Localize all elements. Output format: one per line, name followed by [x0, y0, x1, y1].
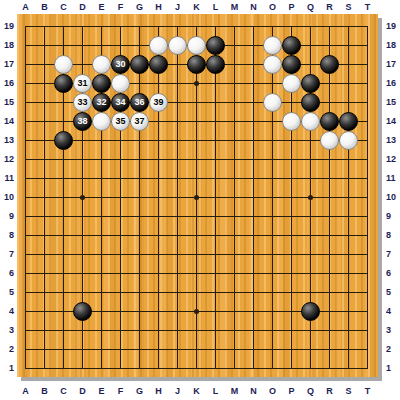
intersection-H8[interactable] [149, 226, 168, 245]
intersection-G4[interactable] [130, 302, 149, 321]
intersection-Q19[interactable] [301, 17, 320, 36]
intersection-Q13[interactable] [301, 131, 320, 150]
intersection-N19[interactable] [244, 17, 263, 36]
intersection-H5[interactable] [149, 283, 168, 302]
stone-black[interactable] [206, 36, 225, 55]
intersection-F2[interactable] [111, 340, 130, 359]
intersection-N5[interactable] [244, 283, 263, 302]
intersection-M12[interactable] [225, 150, 244, 169]
intersection-N15[interactable] [244, 93, 263, 112]
intersection-E4[interactable] [92, 302, 111, 321]
intersection-S5[interactable] [339, 283, 358, 302]
intersection-J14[interactable] [168, 112, 187, 131]
intersection-O3[interactable] [263, 321, 282, 340]
intersection-F8[interactable] [111, 226, 130, 245]
intersection-Q17[interactable] [301, 55, 320, 74]
intersection-J3[interactable] [168, 321, 187, 340]
intersection-T11[interactable] [358, 169, 377, 188]
intersection-L13[interactable] [206, 131, 225, 150]
intersection-D10[interactable] [73, 188, 92, 207]
intersection-T16[interactable] [358, 74, 377, 93]
intersection-L9[interactable] [206, 207, 225, 226]
intersection-E19[interactable] [92, 17, 111, 36]
intersection-T4[interactable] [358, 302, 377, 321]
stone-white[interactable]: 37 [130, 112, 149, 131]
intersection-S7[interactable] [339, 245, 358, 264]
intersection-B9[interactable] [35, 207, 54, 226]
intersection-H17[interactable] [149, 55, 168, 74]
intersection-T1[interactable] [358, 359, 377, 378]
intersection-J5[interactable] [168, 283, 187, 302]
intersection-A2[interactable] [16, 340, 35, 359]
intersection-E1[interactable] [92, 359, 111, 378]
intersection-R11[interactable] [320, 169, 339, 188]
intersection-A11[interactable] [16, 169, 35, 188]
intersection-P15[interactable] [282, 93, 301, 112]
intersection-A12[interactable] [16, 150, 35, 169]
intersection-G7[interactable] [130, 245, 149, 264]
intersection-M6[interactable] [225, 264, 244, 283]
intersection-M17[interactable] [225, 55, 244, 74]
intersection-B19[interactable] [35, 17, 54, 36]
intersection-A6[interactable] [16, 264, 35, 283]
stone-black[interactable]: 32 [92, 93, 111, 112]
stone-white[interactable] [54, 55, 73, 74]
intersection-S10[interactable] [339, 188, 358, 207]
intersection-F18[interactable] [111, 36, 130, 55]
intersection-N14[interactable] [244, 112, 263, 131]
intersection-Q1[interactable] [301, 359, 320, 378]
intersection-N2[interactable] [244, 340, 263, 359]
intersection-T19[interactable] [358, 17, 377, 36]
intersection-K13[interactable] [187, 131, 206, 150]
intersection-B13[interactable] [35, 131, 54, 150]
intersection-A13[interactable] [16, 131, 35, 150]
intersection-E16[interactable] [92, 74, 111, 93]
intersection-R12[interactable] [320, 150, 339, 169]
intersection-N12[interactable] [244, 150, 263, 169]
intersection-T6[interactable] [358, 264, 377, 283]
intersection-Q9[interactable] [301, 207, 320, 226]
intersection-M3[interactable] [225, 321, 244, 340]
intersection-J17[interactable] [168, 55, 187, 74]
intersection-L11[interactable] [206, 169, 225, 188]
intersection-D15[interactable]: 33 [73, 93, 92, 112]
stone-black[interactable] [282, 36, 301, 55]
stone-black[interactable] [282, 55, 301, 74]
stone-black[interactable] [187, 55, 206, 74]
intersection-A7[interactable] [16, 245, 35, 264]
stone-white[interactable] [263, 93, 282, 112]
intersection-D4[interactable] [73, 302, 92, 321]
intersection-O1[interactable] [263, 359, 282, 378]
stone-black[interactable] [54, 74, 73, 93]
intersection-B1[interactable] [35, 359, 54, 378]
intersection-K17[interactable] [187, 55, 206, 74]
intersection-O10[interactable] [263, 188, 282, 207]
intersection-S14[interactable] [339, 112, 358, 131]
intersection-Q3[interactable] [301, 321, 320, 340]
intersection-B7[interactable] [35, 245, 54, 264]
intersection-B4[interactable] [35, 302, 54, 321]
intersection-L16[interactable] [206, 74, 225, 93]
intersection-C7[interactable] [54, 245, 73, 264]
intersection-C14[interactable] [54, 112, 73, 131]
intersection-E7[interactable] [92, 245, 111, 264]
intersection-P19[interactable] [282, 17, 301, 36]
intersection-G12[interactable] [130, 150, 149, 169]
intersection-L18[interactable] [206, 36, 225, 55]
intersection-P6[interactable] [282, 264, 301, 283]
intersection-F11[interactable] [111, 169, 130, 188]
intersection-C8[interactable] [54, 226, 73, 245]
intersection-T5[interactable] [358, 283, 377, 302]
intersection-K3[interactable] [187, 321, 206, 340]
intersection-T18[interactable] [358, 36, 377, 55]
intersection-P11[interactable] [282, 169, 301, 188]
intersection-N1[interactable] [244, 359, 263, 378]
intersection-F14[interactable]: 35 [111, 112, 130, 131]
intersection-B17[interactable] [35, 55, 54, 74]
intersection-L1[interactable] [206, 359, 225, 378]
intersection-O5[interactable] [263, 283, 282, 302]
intersection-R9[interactable] [320, 207, 339, 226]
intersection-O7[interactable] [263, 245, 282, 264]
intersection-Q6[interactable] [301, 264, 320, 283]
intersection-S6[interactable] [339, 264, 358, 283]
intersection-B12[interactable] [35, 150, 54, 169]
intersection-E13[interactable] [92, 131, 111, 150]
stone-white[interactable] [320, 131, 339, 150]
intersection-H10[interactable] [149, 188, 168, 207]
intersection-P17[interactable] [282, 55, 301, 74]
intersection-E12[interactable] [92, 150, 111, 169]
intersection-H15[interactable]: 39 [149, 93, 168, 112]
intersection-S18[interactable] [339, 36, 358, 55]
intersection-O6[interactable] [263, 264, 282, 283]
intersection-B2[interactable] [35, 340, 54, 359]
intersection-P9[interactable] [282, 207, 301, 226]
intersection-Q2[interactable] [301, 340, 320, 359]
intersection-F10[interactable] [111, 188, 130, 207]
stone-black[interactable] [301, 93, 320, 112]
intersection-K8[interactable] [187, 226, 206, 245]
intersection-O9[interactable] [263, 207, 282, 226]
intersection-J7[interactable] [168, 245, 187, 264]
intersection-H13[interactable] [149, 131, 168, 150]
intersection-P8[interactable] [282, 226, 301, 245]
intersection-J11[interactable] [168, 169, 187, 188]
intersection-F3[interactable] [111, 321, 130, 340]
intersection-R10[interactable] [320, 188, 339, 207]
intersection-M4[interactable] [225, 302, 244, 321]
stone-white[interactable] [92, 55, 111, 74]
intersection-G1[interactable] [130, 359, 149, 378]
intersection-O17[interactable] [263, 55, 282, 74]
stone-black[interactable]: 34 [111, 93, 130, 112]
intersection-S2[interactable] [339, 340, 358, 359]
intersection-M16[interactable] [225, 74, 244, 93]
intersection-C3[interactable] [54, 321, 73, 340]
intersection-H16[interactable] [149, 74, 168, 93]
stone-black[interactable] [206, 55, 225, 74]
intersection-K2[interactable] [187, 340, 206, 359]
intersection-C10[interactable] [54, 188, 73, 207]
intersection-N16[interactable] [244, 74, 263, 93]
intersection-G11[interactable] [130, 169, 149, 188]
intersection-D7[interactable] [73, 245, 92, 264]
stone-white[interactable] [263, 55, 282, 74]
intersection-L12[interactable] [206, 150, 225, 169]
intersection-C2[interactable] [54, 340, 73, 359]
intersection-Q10[interactable] [301, 188, 320, 207]
intersection-B15[interactable] [35, 93, 54, 112]
intersection-N17[interactable] [244, 55, 263, 74]
intersection-H14[interactable] [149, 112, 168, 131]
intersection-O11[interactable] [263, 169, 282, 188]
intersection-M7[interactable] [225, 245, 244, 264]
intersection-F17[interactable]: 30 [111, 55, 130, 74]
stone-white[interactable] [282, 74, 301, 93]
intersection-R6[interactable] [320, 264, 339, 283]
intersection-R5[interactable] [320, 283, 339, 302]
intersection-D5[interactable] [73, 283, 92, 302]
intersection-N7[interactable] [244, 245, 263, 264]
intersection-T9[interactable] [358, 207, 377, 226]
intersection-C1[interactable] [54, 359, 73, 378]
intersection-E5[interactable] [92, 283, 111, 302]
intersection-M1[interactable] [225, 359, 244, 378]
intersection-J18[interactable] [168, 36, 187, 55]
intersection-R1[interactable] [320, 359, 339, 378]
stone-black[interactable]: 30 [111, 55, 130, 74]
intersection-K9[interactable] [187, 207, 206, 226]
stone-black[interactable] [320, 55, 339, 74]
intersection-G9[interactable] [130, 207, 149, 226]
intersection-O19[interactable] [263, 17, 282, 36]
intersection-J4[interactable] [168, 302, 187, 321]
intersection-D13[interactable] [73, 131, 92, 150]
intersection-O8[interactable] [263, 226, 282, 245]
intersection-E8[interactable] [92, 226, 111, 245]
intersection-R14[interactable] [320, 112, 339, 131]
intersection-C6[interactable] [54, 264, 73, 283]
intersection-Q16[interactable] [301, 74, 320, 93]
intersection-M10[interactable] [225, 188, 244, 207]
intersection-B6[interactable] [35, 264, 54, 283]
intersection-F1[interactable] [111, 359, 130, 378]
intersection-G13[interactable] [130, 131, 149, 150]
intersection-A3[interactable] [16, 321, 35, 340]
intersection-M14[interactable] [225, 112, 244, 131]
intersection-T14[interactable] [358, 112, 377, 131]
stone-black[interactable] [92, 74, 111, 93]
intersection-J12[interactable] [168, 150, 187, 169]
stone-black[interactable] [73, 302, 92, 321]
intersection-R16[interactable] [320, 74, 339, 93]
intersection-C5[interactable] [54, 283, 73, 302]
intersection-G6[interactable] [130, 264, 149, 283]
intersection-G16[interactable] [130, 74, 149, 93]
intersection-P13[interactable] [282, 131, 301, 150]
intersection-O4[interactable] [263, 302, 282, 321]
intersection-M8[interactable] [225, 226, 244, 245]
stone-black[interactable] [130, 55, 149, 74]
intersection-A5[interactable] [16, 283, 35, 302]
intersection-P2[interactable] [282, 340, 301, 359]
intersection-R7[interactable] [320, 245, 339, 264]
intersection-L4[interactable] [206, 302, 225, 321]
intersection-L15[interactable] [206, 93, 225, 112]
intersection-C15[interactable] [54, 93, 73, 112]
intersection-L8[interactable] [206, 226, 225, 245]
intersection-K5[interactable] [187, 283, 206, 302]
intersection-S11[interactable] [339, 169, 358, 188]
intersection-J6[interactable] [168, 264, 187, 283]
stone-white[interactable]: 35 [111, 112, 130, 131]
intersection-H6[interactable] [149, 264, 168, 283]
intersection-P18[interactable] [282, 36, 301, 55]
intersection-D2[interactable] [73, 340, 92, 359]
intersection-T10[interactable] [358, 188, 377, 207]
intersection-J1[interactable] [168, 359, 187, 378]
intersection-J9[interactable] [168, 207, 187, 226]
intersection-J8[interactable] [168, 226, 187, 245]
intersection-H11[interactable] [149, 169, 168, 188]
intersection-B3[interactable] [35, 321, 54, 340]
intersection-E15[interactable]: 32 [92, 93, 111, 112]
intersection-M19[interactable] [225, 17, 244, 36]
intersection-K18[interactable] [187, 36, 206, 55]
intersection-M13[interactable] [225, 131, 244, 150]
intersection-P12[interactable] [282, 150, 301, 169]
intersection-S1[interactable] [339, 359, 358, 378]
intersection-K19[interactable] [187, 17, 206, 36]
intersection-L19[interactable] [206, 17, 225, 36]
intersection-K10[interactable] [187, 188, 206, 207]
intersection-M15[interactable] [225, 93, 244, 112]
intersection-T13[interactable] [358, 131, 377, 150]
stone-white[interactable] [149, 36, 168, 55]
intersection-R18[interactable] [320, 36, 339, 55]
intersection-K16[interactable] [187, 74, 206, 93]
intersection-H18[interactable] [149, 36, 168, 55]
intersection-A19[interactable] [16, 17, 35, 36]
intersection-Q14[interactable] [301, 112, 320, 131]
intersection-O16[interactable] [263, 74, 282, 93]
intersection-P3[interactable] [282, 321, 301, 340]
intersection-L7[interactable] [206, 245, 225, 264]
intersection-T2[interactable] [358, 340, 377, 359]
intersection-P10[interactable] [282, 188, 301, 207]
stone-white[interactable] [339, 131, 358, 150]
intersection-G3[interactable] [130, 321, 149, 340]
intersection-F13[interactable] [111, 131, 130, 150]
intersection-A14[interactable] [16, 112, 35, 131]
intersection-E11[interactable] [92, 169, 111, 188]
intersection-C13[interactable] [54, 131, 73, 150]
intersection-A1[interactable] [16, 359, 35, 378]
intersection-C12[interactable] [54, 150, 73, 169]
intersection-H12[interactable] [149, 150, 168, 169]
intersection-J19[interactable] [168, 17, 187, 36]
intersection-B11[interactable] [35, 169, 54, 188]
intersection-C9[interactable] [54, 207, 73, 226]
stone-white[interactable] [168, 36, 187, 55]
intersection-E9[interactable] [92, 207, 111, 226]
intersection-B14[interactable] [35, 112, 54, 131]
intersection-T7[interactable] [358, 245, 377, 264]
intersection-O2[interactable] [263, 340, 282, 359]
stone-black[interactable] [320, 112, 339, 131]
intersection-C4[interactable] [54, 302, 73, 321]
intersection-S3[interactable] [339, 321, 358, 340]
intersection-R15[interactable] [320, 93, 339, 112]
stone-white[interactable] [263, 36, 282, 55]
intersection-R3[interactable] [320, 321, 339, 340]
stone-black[interactable] [301, 74, 320, 93]
intersection-C17[interactable] [54, 55, 73, 74]
intersection-Q18[interactable] [301, 36, 320, 55]
stone-white[interactable] [301, 112, 320, 131]
intersection-H7[interactable] [149, 245, 168, 264]
intersection-P16[interactable] [282, 74, 301, 93]
intersection-A15[interactable] [16, 93, 35, 112]
intersection-T15[interactable] [358, 93, 377, 112]
intersection-Q15[interactable] [301, 93, 320, 112]
intersection-G2[interactable] [130, 340, 149, 359]
intersection-O18[interactable] [263, 36, 282, 55]
intersection-L17[interactable] [206, 55, 225, 74]
intersection-T17[interactable] [358, 55, 377, 74]
intersection-K15[interactable] [187, 93, 206, 112]
intersection-C11[interactable] [54, 169, 73, 188]
intersection-D16[interactable]: 31 [73, 74, 92, 93]
intersection-E14[interactable] [92, 112, 111, 131]
intersection-A4[interactable] [16, 302, 35, 321]
intersection-F4[interactable] [111, 302, 130, 321]
intersection-S12[interactable] [339, 150, 358, 169]
intersection-D8[interactable] [73, 226, 92, 245]
intersection-G18[interactable] [130, 36, 149, 55]
intersection-O14[interactable] [263, 112, 282, 131]
intersection-P1[interactable] [282, 359, 301, 378]
intersection-N3[interactable] [244, 321, 263, 340]
intersection-F19[interactable] [111, 17, 130, 36]
intersection-N18[interactable] [244, 36, 263, 55]
intersection-S16[interactable] [339, 74, 358, 93]
intersection-D9[interactable] [73, 207, 92, 226]
intersection-S9[interactable] [339, 207, 358, 226]
intersection-D19[interactable] [73, 17, 92, 36]
stone-white[interactable]: 33 [73, 93, 92, 112]
intersection-S4[interactable] [339, 302, 358, 321]
intersection-F5[interactable] [111, 283, 130, 302]
intersection-E3[interactable] [92, 321, 111, 340]
intersection-T8[interactable] [358, 226, 377, 245]
intersection-T12[interactable] [358, 150, 377, 169]
stone-white[interactable] [282, 112, 301, 131]
intersection-F16[interactable] [111, 74, 130, 93]
intersection-E18[interactable] [92, 36, 111, 55]
intersection-N10[interactable] [244, 188, 263, 207]
intersection-H3[interactable] [149, 321, 168, 340]
intersection-N11[interactable] [244, 169, 263, 188]
intersection-A18[interactable] [16, 36, 35, 55]
stone-black[interactable] [339, 112, 358, 131]
intersection-F7[interactable] [111, 245, 130, 264]
intersection-Q7[interactable] [301, 245, 320, 264]
